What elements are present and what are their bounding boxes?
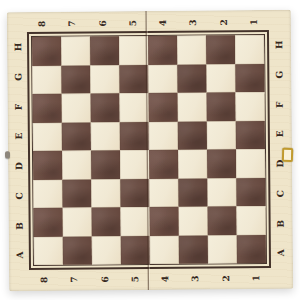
file-labels-left: HGFEDCBA <box>11 32 27 270</box>
square-g5 <box>119 65 148 94</box>
square-b3 <box>178 207 207 236</box>
square-f1 <box>235 92 264 121</box>
square-e2 <box>207 121 236 150</box>
square-c3 <box>178 178 207 207</box>
square-g7 <box>61 65 90 94</box>
square-e5 <box>120 122 149 151</box>
square-a2 <box>208 235 237 264</box>
square-e4 <box>149 121 178 150</box>
square-g8 <box>32 65 61 94</box>
board-frame-inner <box>31 34 267 266</box>
square-d2 <box>207 149 236 178</box>
square-h1 <box>235 35 264 64</box>
square-c2 <box>207 178 236 207</box>
square-e7 <box>62 122 91 151</box>
square-h5 <box>119 36 148 65</box>
board-frame <box>27 30 271 270</box>
square-h6 <box>90 36 119 65</box>
square-a7 <box>63 236 92 265</box>
square-a3 <box>179 235 208 264</box>
square-g6 <box>90 65 119 94</box>
square-g2 <box>206 64 235 93</box>
square-c5 <box>120 179 149 208</box>
rank-labels-top: 87654321 <box>27 15 269 31</box>
hinge-pin-icon <box>5 151 10 158</box>
square-d8 <box>33 151 62 180</box>
square-b4 <box>149 207 178 236</box>
rank-labels-bottom: 87654321 <box>29 271 271 287</box>
square-d3 <box>178 150 207 179</box>
square-h8 <box>32 37 61 66</box>
square-g3 <box>177 64 206 93</box>
square-b6 <box>91 207 120 236</box>
square-b1 <box>236 206 265 235</box>
square-f5 <box>119 93 148 122</box>
square-d5 <box>120 150 149 179</box>
square-c7 <box>62 179 91 208</box>
square-f7 <box>62 94 91 123</box>
square-c1 <box>236 177 265 206</box>
square-a1 <box>237 234 266 263</box>
square-f6 <box>91 93 120 122</box>
square-c4 <box>149 178 178 207</box>
chessboard: 87654321 87654321 HGFEDCBA HGFEDCBA <box>7 10 293 291</box>
square-d4 <box>149 150 178 179</box>
square-g1 <box>235 63 264 92</box>
square-e3 <box>178 121 207 150</box>
square-g4 <box>148 64 177 93</box>
square-b8 <box>33 208 62 237</box>
square-a4 <box>150 235 179 264</box>
square-f4 <box>148 93 177 122</box>
brass-clasp-icon <box>282 148 293 162</box>
square-d6 <box>91 150 120 179</box>
square-b5 <box>120 207 149 236</box>
square-h7 <box>61 37 90 66</box>
square-a8 <box>34 236 63 265</box>
square-c8 <box>33 179 62 208</box>
square-h2 <box>206 35 235 64</box>
square-e8 <box>33 122 62 151</box>
square-d1 <box>236 149 265 178</box>
square-c6 <box>91 179 120 208</box>
square-f8 <box>33 94 62 123</box>
square-h3 <box>177 36 206 65</box>
square-a5 <box>121 236 150 265</box>
square-f3 <box>177 93 206 122</box>
square-a6 <box>92 236 121 265</box>
square-h4 <box>148 36 177 65</box>
square-e6 <box>91 122 120 151</box>
square-d7 <box>62 151 91 180</box>
board-grid <box>32 35 266 265</box>
square-f2 <box>206 92 235 121</box>
square-e1 <box>236 120 265 149</box>
product-photo: 87654321 87654321 HGFEDCBA HGFEDCBA <box>0 0 300 300</box>
square-b7 <box>62 208 91 237</box>
square-b2 <box>207 206 236 235</box>
